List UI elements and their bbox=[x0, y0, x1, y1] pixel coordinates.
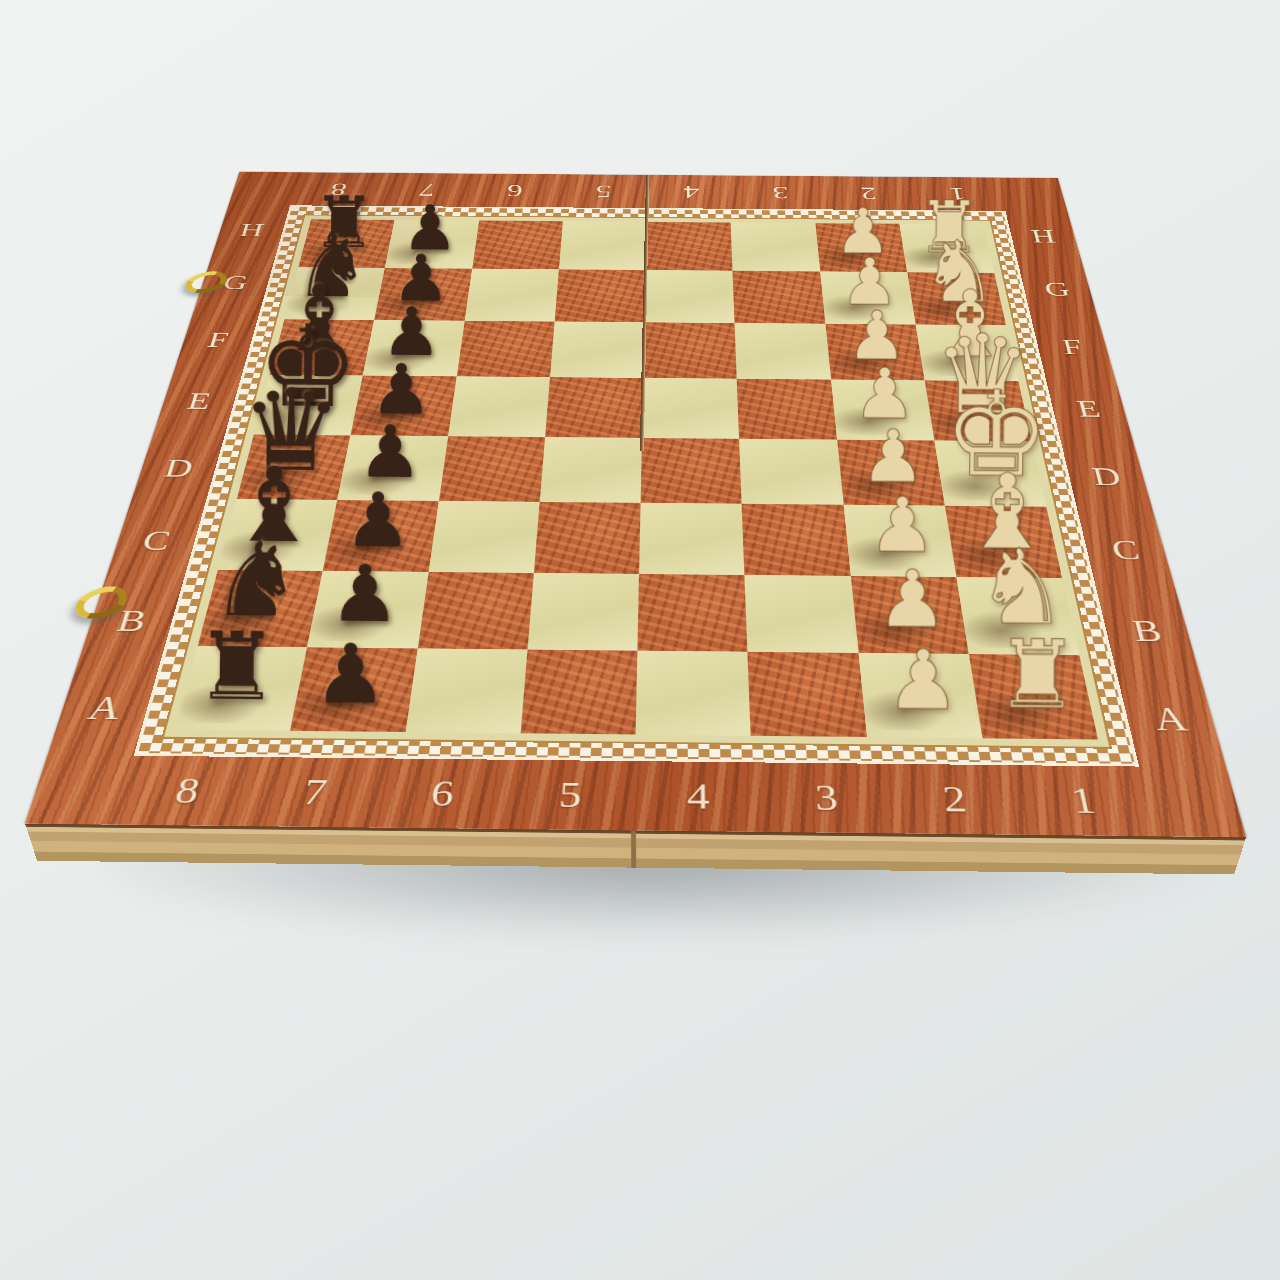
square-f6[interactable] bbox=[456, 321, 554, 377]
square-a2[interactable]: ♟ bbox=[858, 653, 982, 738]
piece-white-pawn[interactable]: ♟ bbox=[849, 487, 955, 563]
square-h3[interactable] bbox=[731, 223, 820, 272]
file-label-right-D: D bbox=[1061, 442, 1154, 513]
square-b4[interactable] bbox=[637, 574, 747, 652]
square-b3[interactable] bbox=[745, 575, 858, 653]
rank-label-near-6: 6 bbox=[373, 758, 509, 829]
square-f4[interactable] bbox=[643, 322, 737, 379]
rank-label-near-5: 5 bbox=[503, 760, 635, 831]
rank-label-near-3: 3 bbox=[761, 762, 895, 833]
rank-label-far-3: 3 bbox=[735, 176, 826, 210]
square-f5[interactable] bbox=[550, 321, 645, 378]
square-g5[interactable] bbox=[554, 270, 645, 323]
square-g3[interactable] bbox=[733, 271, 825, 324]
square-d3[interactable] bbox=[739, 439, 843, 505]
piece-black-pawn[interactable]: ♟ bbox=[310, 554, 420, 634]
piece-black-pawn[interactable]: ♟ bbox=[294, 633, 409, 716]
square-c5[interactable] bbox=[534, 502, 641, 574]
file-label-right-G: G bbox=[1018, 262, 1098, 318]
square-a3[interactable] bbox=[748, 652, 867, 737]
square-c4[interactable] bbox=[639, 503, 745, 575]
square-a6[interactable] bbox=[405, 648, 527, 733]
rank-label-far-6: 6 bbox=[468, 174, 560, 208]
chess-board: HGFEDCBA HGFEDCBA 87654321 87654321 ♜♟♟♜… bbox=[25, 172, 1246, 837]
square-c6[interactable] bbox=[428, 501, 539, 572]
square-a5[interactable] bbox=[520, 649, 637, 734]
square-h5[interactable] bbox=[559, 221, 647, 270]
rank-label-far-4: 4 bbox=[647, 175, 736, 209]
square-e4[interactable] bbox=[642, 378, 739, 439]
piece-black-rook[interactable]: ♜ bbox=[180, 620, 295, 715]
piece-black-pawn[interactable]: ♟ bbox=[326, 482, 431, 558]
square-a1[interactable]: ♜ bbox=[969, 654, 1098, 740]
rank-label-near-1: 1 bbox=[1013, 765, 1156, 836]
piece-white-pawn[interactable]: ♟ bbox=[857, 559, 967, 639]
square-d5[interactable] bbox=[539, 437, 642, 503]
square-h4[interactable] bbox=[646, 222, 733, 271]
square-b5[interactable] bbox=[527, 573, 639, 651]
file-label-left-F: F bbox=[174, 310, 260, 370]
square-h6[interactable] bbox=[472, 221, 563, 270]
square-c3[interactable] bbox=[742, 504, 850, 576]
square-d6[interactable] bbox=[438, 436, 544, 502]
square-e6[interactable] bbox=[448, 376, 550, 437]
rank-label-far-5: 5 bbox=[558, 174, 648, 208]
square-g6[interactable] bbox=[464, 269, 558, 322]
rank-label-near-8: 8 bbox=[114, 756, 259, 826]
rank-label-near-4: 4 bbox=[633, 761, 763, 832]
rank-label-near-7: 7 bbox=[244, 757, 384, 828]
piece-white-pawn[interactable]: ♟ bbox=[865, 638, 980, 722]
board-side-seam bbox=[631, 830, 636, 867]
square-e3[interactable] bbox=[737, 379, 837, 440]
square-e5[interactable] bbox=[545, 377, 643, 438]
square-b6[interactable] bbox=[417, 572, 533, 650]
square-a7[interactable]: ♟ bbox=[290, 647, 417, 732]
square-a4[interactable] bbox=[636, 651, 751, 736]
photo-background: HGFEDCBA HGFEDCBA 87654321 87654321 ♜♟♟♜… bbox=[0, 0, 1280, 1280]
square-d4[interactable] bbox=[641, 438, 742, 504]
piece-white-rook[interactable]: ♜ bbox=[980, 628, 1096, 723]
square-f3[interactable] bbox=[735, 323, 831, 380]
file-label-right-H: H bbox=[1005, 211, 1082, 263]
square-g4[interactable] bbox=[645, 270, 735, 323]
rank-label-near-2: 2 bbox=[887, 764, 1025, 835]
